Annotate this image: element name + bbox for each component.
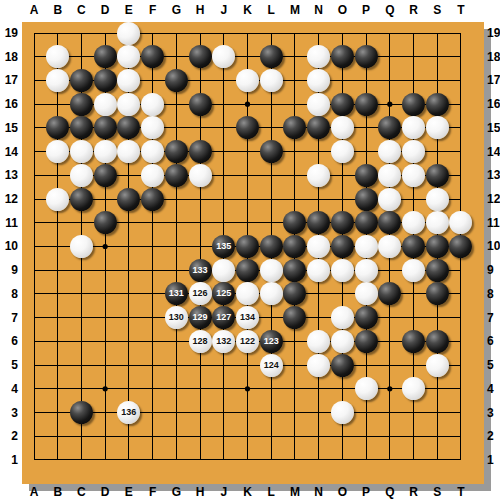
col-label-top-Q: Q [380,3,400,17]
move-number-J8: 125 [216,289,231,298]
stone-H8[interactable]: 126 [189,282,212,305]
stone-R9[interactable] [402,259,425,282]
stone-N16[interactable] [307,93,330,116]
row-label-left-5: 5 [0,358,18,372]
stone-G7[interactable]: 130 [165,306,188,329]
col-label-top-P: P [356,3,376,17]
col-label-bottom-C: C [71,485,91,499]
col-label-bottom-A: A [24,485,44,499]
move-number-J6: 132 [216,337,231,346]
stone-O5[interactable] [331,354,354,377]
col-label-top-R: R [404,3,424,17]
col-label-top-G: G [166,3,186,17]
row-label-right-5: 5 [487,358,500,372]
col-label-top-H: H [190,3,210,17]
stone-L6[interactable]: 123 [260,330,283,353]
stone-P11[interactable] [355,211,378,234]
stone-S8[interactable] [426,282,449,305]
stone-K9[interactable] [236,259,259,282]
stone-O14[interactable] [331,140,354,163]
stone-O10[interactable] [331,235,354,258]
col-label-top-M: M [285,3,305,17]
stone-E19[interactable] [117,22,140,45]
move-number-J7: 127 [216,313,231,322]
stone-N13[interactable] [307,164,330,187]
stone-H18[interactable] [189,45,212,68]
stone-E16[interactable] [117,93,140,116]
stone-B17[interactable] [46,69,69,92]
stone-L10[interactable] [260,235,283,258]
hoshi-point-Q16 [387,102,392,107]
stone-S5[interactable] [426,354,449,377]
col-label-bottom-S: S [427,485,447,499]
row-label-left-9: 9 [0,263,18,277]
col-label-bottom-J: J [214,485,234,499]
stone-R6[interactable] [402,330,425,353]
stone-L9[interactable] [260,259,283,282]
move-number-H7: 129 [193,313,208,322]
stone-R10[interactable] [402,235,425,258]
col-label-top-D: D [95,3,115,17]
row-label-left-8: 8 [0,287,18,301]
row-label-right-9: 9 [487,263,500,277]
go-board[interactable]: 1351331311261251301291271341281321221231… [22,22,484,484]
stone-E12[interactable] [117,188,140,211]
row-label-left-13: 13 [0,168,18,182]
row-label-right-11: 11 [487,216,500,230]
move-number-J10: 135 [216,242,231,251]
row-label-left-17: 17 [0,73,18,87]
row-label-right-16: 16 [487,97,500,111]
row-label-right-4: 4 [487,382,500,396]
stone-S11[interactable] [426,211,449,234]
stone-D15[interactable] [94,116,117,139]
hoshi-point-Q4 [387,386,392,391]
hoshi-point-D4 [103,386,108,391]
stone-M9[interactable] [283,259,306,282]
stone-L5[interactable]: 124 [260,354,283,377]
row-label-right-15: 15 [487,121,500,135]
row-label-left-12: 12 [0,192,18,206]
col-label-bottom-B: B [48,485,68,499]
stone-N10[interactable] [307,235,330,258]
stone-Q12[interactable] [378,188,401,211]
row-label-left-1: 1 [0,453,18,467]
stone-N5[interactable] [307,354,330,377]
stone-L18[interactable] [260,45,283,68]
col-label-bottom-F: F [143,485,163,499]
stone-L8[interactable] [260,282,283,305]
stone-J6[interactable]: 132 [212,330,235,353]
move-number-H9: 133 [193,266,208,275]
row-label-right-2: 2 [487,429,500,443]
stone-C14[interactable] [70,140,93,163]
col-label-top-N: N [309,3,329,17]
move-number-E3: 136 [121,408,136,417]
go-board-diagram: 1351331311261251301291271341281321221231… [0,0,500,500]
col-label-bottom-E: E [119,485,139,499]
col-label-bottom-T: T [451,485,471,499]
stone-R16[interactable] [402,93,425,116]
col-label-bottom-G: G [166,485,186,499]
row-label-left-2: 2 [0,429,18,443]
row-label-left-4: 4 [0,382,18,396]
stone-Q13[interactable] [378,164,401,187]
row-label-right-6: 6 [487,334,500,348]
col-label-top-T: T [451,3,471,17]
stone-S9[interactable] [426,259,449,282]
col-label-top-K: K [237,3,257,17]
row-label-right-3: 3 [487,406,500,420]
row-label-left-11: 11 [0,216,18,230]
move-number-K6: 122 [240,337,255,346]
stone-S13[interactable] [426,164,449,187]
stone-R14[interactable] [402,140,425,163]
stone-J9[interactable] [212,259,235,282]
stone-H16[interactable] [189,93,212,116]
stone-P7[interactable] [355,306,378,329]
stone-H13[interactable] [189,164,212,187]
col-label-bottom-H: H [190,485,210,499]
stone-H9[interactable]: 133 [189,259,212,282]
move-number-K7: 134 [240,313,255,322]
hoshi-point-K4 [245,386,250,391]
stone-O11[interactable] [331,211,354,234]
stone-S10[interactable] [426,235,449,258]
move-number-L6: 123 [264,337,279,346]
stone-C13[interactable] [70,164,93,187]
stone-H14[interactable] [189,140,212,163]
col-label-top-B: B [48,3,68,17]
stone-C17[interactable] [70,69,93,92]
col-label-top-A: A [24,3,44,17]
col-label-bottom-N: N [309,485,329,499]
row-label-left-14: 14 [0,145,18,159]
row-label-right-1: 1 [487,453,500,467]
row-label-left-18: 18 [0,50,18,64]
stone-K10[interactable] [236,235,259,258]
move-number-L5: 124 [264,361,279,370]
stone-D13[interactable] [94,164,117,187]
stone-P13[interactable] [355,164,378,187]
stone-P4[interactable] [355,377,378,400]
col-label-top-C: C [71,3,91,17]
row-label-left-15: 15 [0,121,18,135]
stone-O3[interactable] [331,401,354,424]
stone-O7[interactable] [331,306,354,329]
stone-O16[interactable] [331,93,354,116]
stone-D11[interactable] [94,211,117,234]
row-label-right-13: 13 [487,168,500,182]
row-label-left-6: 6 [0,334,18,348]
col-label-top-J: J [214,3,234,17]
stone-K6[interactable]: 122 [236,330,259,353]
row-label-left-3: 3 [0,406,18,420]
stone-H7[interactable]: 129 [189,306,212,329]
move-number-H6: 128 [193,337,208,346]
stone-P8[interactable] [355,282,378,305]
stone-G13[interactable] [165,164,188,187]
row-label-left-7: 7 [0,311,18,325]
row-label-right-14: 14 [487,145,500,159]
stone-K7[interactable]: 134 [236,306,259,329]
row-label-right-18: 18 [487,50,500,64]
stone-P10[interactable] [355,235,378,258]
stone-S15[interactable] [426,116,449,139]
stone-D18[interactable] [94,45,117,68]
stone-D17[interactable] [94,69,117,92]
stone-P9[interactable] [355,259,378,282]
move-number-G7: 130 [169,313,184,322]
stone-S16[interactable] [426,93,449,116]
col-label-bottom-D: D [95,485,115,499]
row-label-right-8: 8 [487,287,500,301]
row-label-left-10: 10 [0,239,18,253]
row-label-left-19: 19 [0,26,18,40]
stone-F12[interactable] [141,188,164,211]
row-label-right-7: 7 [487,311,500,325]
stone-C10[interactable] [70,235,93,258]
col-label-bottom-R: R [404,485,424,499]
stone-C3[interactable] [70,401,93,424]
stone-H6[interactable]: 128 [189,330,212,353]
stone-B12[interactable] [46,188,69,211]
stone-R13[interactable] [402,164,425,187]
stone-G17[interactable] [165,69,188,92]
stone-N9[interactable] [307,259,330,282]
col-label-bottom-P: P [356,485,376,499]
stone-N6[interactable] [307,330,330,353]
move-number-G8: 131 [169,289,184,298]
col-label-bottom-M: M [285,485,305,499]
stone-L17[interactable] [260,69,283,92]
move-number-H8: 126 [193,289,208,298]
col-label-bottom-O: O [332,485,352,499]
hoshi-point-K16 [245,102,250,107]
stone-L14[interactable] [260,140,283,163]
stone-P6[interactable] [355,330,378,353]
stone-C16[interactable] [70,93,93,116]
stone-C12[interactable] [70,188,93,211]
stone-O18[interactable] [331,45,354,68]
stone-O6[interactable] [331,330,354,353]
row-label-right-19: 19 [487,26,500,40]
row-label-right-12: 12 [487,192,500,206]
col-label-top-S: S [427,3,447,17]
row-label-right-17: 17 [487,73,500,87]
col-label-top-E: E [119,3,139,17]
col-label-top-O: O [332,3,352,17]
hoshi-point-D10 [103,244,108,249]
stone-S12[interactable] [426,188,449,211]
stone-D14[interactable] [94,140,117,163]
col-label-bottom-K: K [237,485,257,499]
stone-N17[interactable] [307,69,330,92]
col-label-top-L: L [261,3,281,17]
stone-K17[interactable] [236,69,259,92]
stone-F13[interactable] [141,164,164,187]
stone-P18[interactable] [355,45,378,68]
stone-S6[interactable] [426,330,449,353]
row-label-left-16: 16 [0,97,18,111]
stone-G14[interactable] [165,140,188,163]
stone-D16[interactable] [94,93,117,116]
col-label-bottom-L: L [261,485,281,499]
row-label-right-10: 10 [487,239,500,253]
stone-P12[interactable] [355,188,378,211]
stone-P16[interactable] [355,93,378,116]
col-label-top-F: F [143,3,163,17]
col-label-bottom-Q: Q [380,485,400,499]
stone-F16[interactable] [141,93,164,116]
stone-O9[interactable] [331,259,354,282]
